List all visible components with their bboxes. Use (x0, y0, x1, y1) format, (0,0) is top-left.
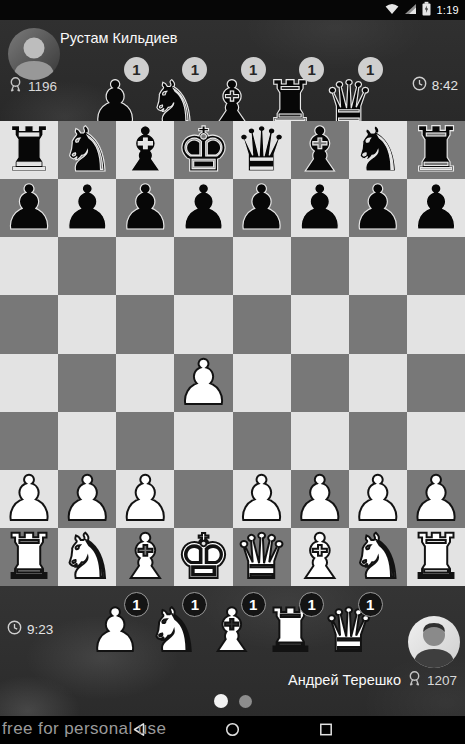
square-g4[interactable] (349, 354, 407, 412)
square-h1[interactable]: ♜ (407, 528, 465, 586)
square-a7[interactable]: ♟ (0, 179, 58, 237)
top-player-panel: Рустам Кильдиев 1196 ♟1♞1♝1♜1♛1 8:42 (0, 20, 465, 121)
square-c6[interactable] (116, 237, 174, 295)
black-pawn-piece: ♟ (176, 179, 232, 237)
square-g5[interactable] (349, 295, 407, 353)
square-d1[interactable]: ♚ (174, 528, 232, 586)
square-h7[interactable]: ♟ (407, 179, 465, 237)
white-bishop-piece: ♝ (292, 528, 348, 586)
square-a6[interactable] (0, 237, 58, 295)
square-d3[interactable] (174, 412, 232, 470)
award-icon (8, 76, 23, 96)
white-pawn-piece: ♟ (176, 354, 232, 412)
captured-bishop-slot: ♝1 (203, 592, 261, 668)
capture-count-badge: 1 (358, 592, 383, 617)
square-d5[interactable] (174, 295, 232, 353)
black-pawn-piece: ♟ (292, 179, 348, 237)
page-indicator (0, 694, 465, 708)
square-h5[interactable] (407, 295, 465, 353)
top-player-rating: 1196 (28, 79, 57, 94)
square-h6[interactable] (407, 237, 465, 295)
chess-app-screen: 1:19 Рустам Кильдиев 1196 ♟1♞1♝1♜1♛1 8:4… (0, 0, 465, 744)
wifi-icon (385, 1, 399, 19)
capture-count-badge: 1 (241, 57, 266, 82)
captured-knight-slot: ♞1 (144, 57, 202, 121)
bottom-player-rating-row: 1207 (407, 670, 457, 690)
top-player-clock: 8:42 (412, 76, 458, 94)
top-player-avatar (8, 28, 60, 80)
clock-icon (7, 620, 22, 638)
square-e5[interactable] (233, 295, 291, 353)
bottom-player-time: 9:23 (27, 622, 53, 637)
white-rook-piece: ♜ (408, 528, 464, 586)
square-d4[interactable]: ♟ (174, 354, 232, 412)
bottom-player-clock: 9:23 (7, 620, 53, 638)
captured-knight-slot: ♞1 (144, 592, 202, 668)
captured-queen-slot: ♛1 (320, 592, 378, 668)
capture-count-badge: 1 (241, 592, 266, 617)
capture-count-badge: 1 (299, 57, 324, 82)
android-status-bar: 1:19 (0, 0, 465, 20)
award-icon (407, 670, 422, 690)
black-pawn-piece: ♟ (408, 179, 464, 237)
square-a5[interactable] (0, 295, 58, 353)
square-e6[interactable] (233, 237, 291, 295)
white-king-piece: ♚ (176, 528, 232, 586)
black-pawn-piece: ♟ (118, 179, 174, 237)
square-c5[interactable] (116, 295, 174, 353)
bottom-player-name: Андрей Терешко (288, 672, 401, 688)
square-d7[interactable]: ♟ (174, 179, 232, 237)
square-g7[interactable]: ♟ (349, 179, 407, 237)
white-bishop-piece: ♝ (118, 528, 174, 586)
top-player-name: Рустам Кильдиев (60, 30, 177, 46)
page-dot-inactive[interactable] (239, 695, 252, 708)
home-button[interactable] (225, 722, 240, 741)
square-a4[interactable] (0, 354, 58, 412)
square-d6[interactable] (174, 237, 232, 295)
back-button[interactable] (132, 722, 146, 741)
square-a1[interactable]: ♜ (0, 528, 58, 586)
captured-queen-slot: ♛1 (320, 57, 378, 121)
square-b5[interactable] (58, 295, 116, 353)
white-knight-piece: ♞ (59, 528, 115, 586)
square-f1[interactable]: ♝ (291, 528, 349, 586)
capture-count-badge: 1 (358, 57, 383, 82)
white-queen-piece: ♛ (234, 528, 290, 586)
captured-pawn-slot: ♟1 (86, 57, 144, 121)
bottom-captured-tray: ♟1♞1♝1♜1♛1 (86, 592, 378, 668)
captured-pawn-slot: ♟1 (86, 592, 144, 668)
chess-board: ♜♞♝♚♛♝♞♜♟♟♟♟♟♟♟♟♟♟♟♟♟♟♟♟♜♞♝♚♛♝♞♜ (0, 121, 465, 586)
square-b6[interactable] (58, 237, 116, 295)
clock-icon (412, 76, 427, 94)
captured-rook-slot: ♜1 (261, 592, 319, 668)
square-e4[interactable] (233, 354, 291, 412)
android-nav-bar (0, 716, 465, 744)
white-knight-piece: ♞ (350, 528, 406, 586)
square-b1[interactable]: ♞ (58, 528, 116, 586)
recents-button[interactable] (319, 722, 333, 741)
square-b7[interactable]: ♟ (58, 179, 116, 237)
battery-charging-icon (422, 1, 431, 20)
black-pawn-piece: ♟ (350, 179, 406, 237)
top-captured-tray: ♟1♞1♝1♜1♛1 (86, 57, 378, 121)
page-dot-active[interactable] (214, 694, 228, 708)
square-c4[interactable] (116, 354, 174, 412)
square-g6[interactable] (349, 237, 407, 295)
square-f5[interactable] (291, 295, 349, 353)
bottom-player-info-row: Андрей Терешко 1207 (288, 670, 457, 690)
top-player-rating-row: 1196 (8, 76, 57, 96)
square-e1[interactable]: ♛ (233, 528, 291, 586)
square-f4[interactable] (291, 354, 349, 412)
square-f6[interactable] (291, 237, 349, 295)
square-g1[interactable]: ♞ (349, 528, 407, 586)
square-c1[interactable]: ♝ (116, 528, 174, 586)
square-b4[interactable] (58, 354, 116, 412)
black-pawn-piece: ♟ (234, 179, 290, 237)
capture-count-badge: 1 (124, 592, 149, 617)
capture-count-badge: 1 (124, 57, 149, 82)
captured-rook-slot: ♜1 (261, 57, 319, 121)
square-e7[interactable]: ♟ (233, 179, 291, 237)
bottom-player-avatar (408, 616, 460, 668)
square-c7[interactable]: ♟ (116, 179, 174, 237)
status-bar-clock: 1:19 (436, 4, 459, 16)
capture-count-badge: 1 (299, 592, 324, 617)
square-f7[interactable]: ♟ (291, 179, 349, 237)
black-pawn-piece: ♟ (59, 179, 115, 237)
black-pawn-piece: ♟ (1, 179, 57, 237)
cell-signal-icon (404, 1, 417, 19)
top-player-time: 8:42 (432, 78, 458, 93)
bottom-player-rating: 1207 (427, 673, 457, 688)
white-rook-piece: ♜ (1, 528, 57, 586)
square-h4[interactable] (407, 354, 465, 412)
captured-bishop-slot: ♝1 (203, 57, 261, 121)
